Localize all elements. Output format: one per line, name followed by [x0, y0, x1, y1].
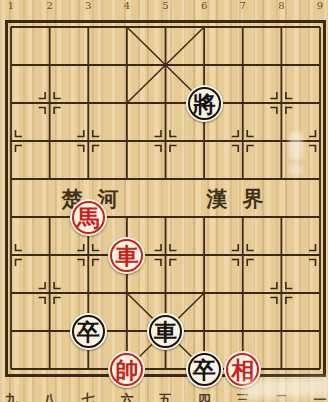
file-label-bottom-1: 九 [5, 393, 18, 402]
file-label-bottom-6: 四 [198, 393, 211, 402]
file-label-top-8: 8 [278, 1, 284, 11]
piece-black-chariot[interactable]: 車 [147, 313, 184, 350]
file-label-bottom-9: 一 [314, 393, 327, 402]
file-label-bottom-3: 七 [82, 393, 95, 402]
file-label-bottom-4: 六 [120, 393, 133, 402]
piece-glyph: 將 [193, 92, 216, 115]
file-label-top-6: 6 [201, 1, 207, 11]
piece-black-soldier-a[interactable]: 卒 [70, 313, 107, 350]
piece-glyph: 馬 [77, 206, 100, 229]
file-label-top-2: 2 [46, 1, 52, 11]
river-label-han-jie: 漢界 [192, 185, 279, 213]
piece-glyph: 帥 [115, 358, 138, 381]
piece-red-horse[interactable]: 馬 [70, 199, 107, 236]
file-label-top-5: 5 [162, 1, 168, 11]
piece-glyph: 卒 [193, 358, 216, 381]
piece-black-soldier-b[interactable]: 卒 [186, 351, 223, 388]
file-label-top-9: 9 [317, 1, 323, 11]
piece-glyph: 車 [154, 320, 177, 343]
file-label-top-7: 7 [240, 1, 246, 11]
file-label-bottom-5: 五 [159, 393, 172, 402]
file-label-bottom-2: 八 [43, 393, 56, 402]
piece-glyph: 車 [115, 244, 138, 267]
piece-red-general[interactable]: 帥 [108, 351, 145, 388]
file-label-bottom-8: 二 [275, 393, 288, 402]
xiangqi-board: 123456789 九八七六五四三二一 楚河 漢界 將馬車卒車帥卒相 [0, 0, 328, 402]
file-label-top-3: 3 [85, 1, 91, 11]
piece-black-general[interactable]: 將 [186, 85, 223, 122]
piece-glyph: 相 [231, 358, 254, 381]
file-label-top-4: 4 [124, 1, 130, 11]
piece-red-elephant[interactable]: 相 [224, 351, 261, 388]
file-label-top-1: 1 [8, 1, 14, 11]
piece-red-chariot[interactable]: 車 [108, 237, 145, 274]
file-label-bottom-7: 三 [236, 393, 249, 402]
piece-glyph: 卒 [77, 320, 100, 343]
